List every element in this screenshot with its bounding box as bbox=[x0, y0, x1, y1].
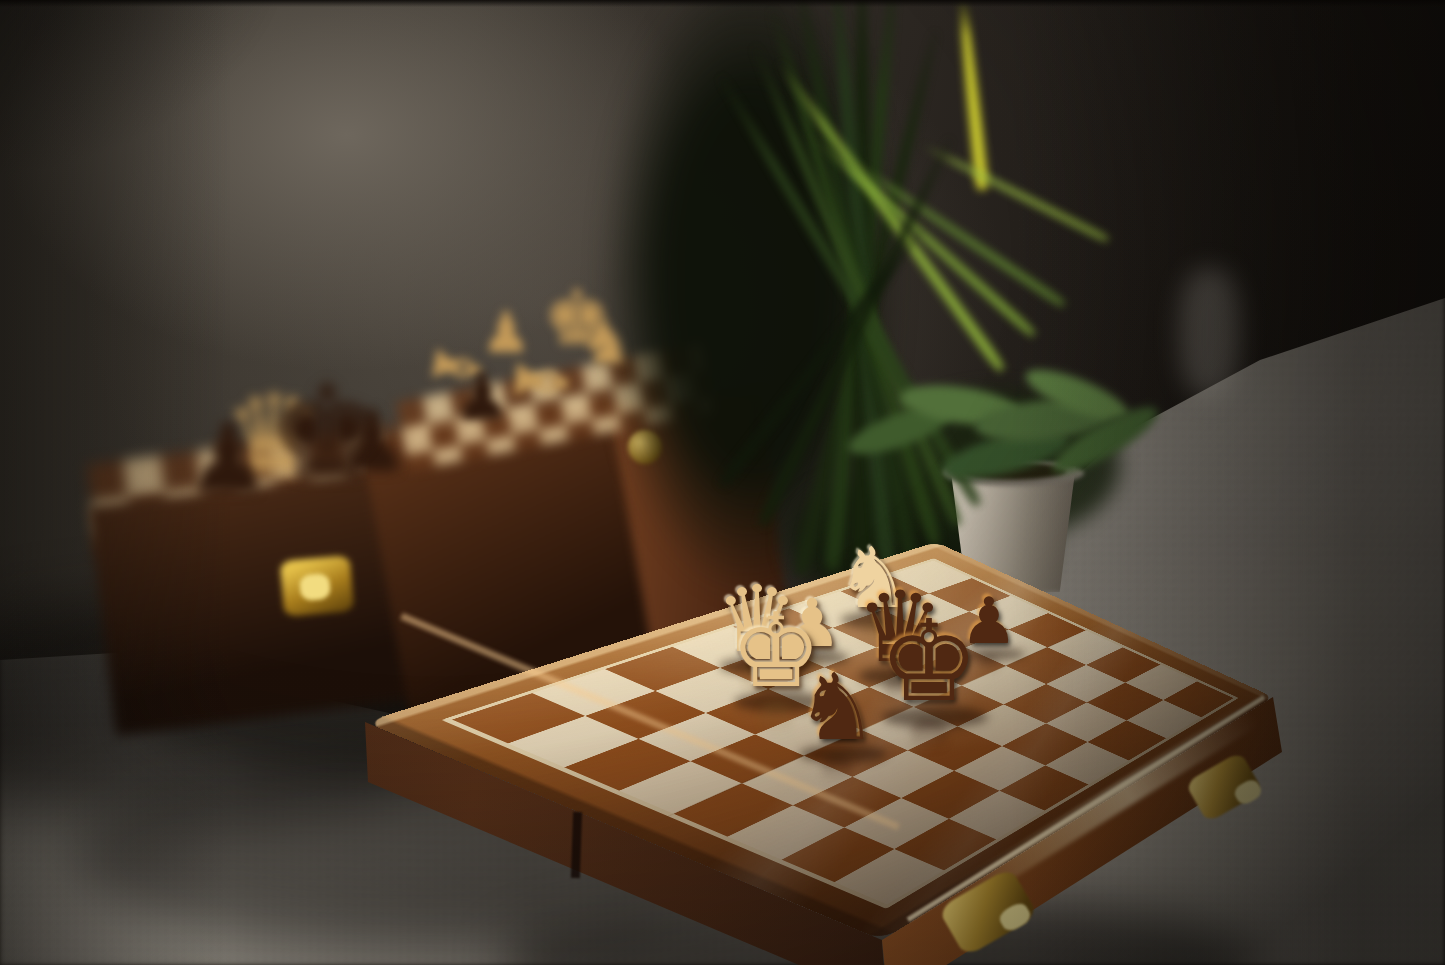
dark-knight-piece: ♞ bbox=[791, 680, 883, 754]
piece-gloss-reflection bbox=[911, 718, 947, 752]
foreground-pieces-layer: ♞♟♟♛♛♚♚♞ bbox=[0, 0, 1445, 965]
white-knight-glyph: ♞ bbox=[836, 536, 911, 620]
white-pawn-piece: ♟ bbox=[779, 605, 845, 658]
piece-gloss-reflection bbox=[742, 667, 771, 695]
chess-set-photo-scene: ♚♟♞♝♝♟♟♛♚♟ ♞♟♟♛♛♚♚♞ bbox=[0, 0, 1445, 965]
piece-gloss-reflection bbox=[861, 621, 888, 646]
dark-pawn-glyph: ♟ bbox=[960, 589, 1017, 653]
dark-pawn-piece: ♟ bbox=[957, 602, 1021, 653]
piece-gloss-reflection bbox=[979, 655, 999, 674]
piece-gloss-reflection bbox=[760, 703, 793, 734]
piece-gloss-reflection bbox=[822, 755, 851, 783]
white-pawn-glyph: ♟ bbox=[782, 591, 841, 657]
piece-gloss-reflection bbox=[884, 677, 915, 706]
white-queen-glyph: ♛ bbox=[716, 574, 798, 666]
white-knight-piece: ♞ bbox=[832, 552, 916, 619]
